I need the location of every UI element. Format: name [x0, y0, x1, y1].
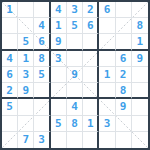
cell-value: 3	[38, 134, 45, 145]
cell-r7c4[interactable]	[51, 99, 67, 115]
cell-r1c7[interactable]: 6	[99, 2, 115, 18]
cell-r1c9[interactable]	[132, 2, 148, 18]
cell-r7c9[interactable]	[132, 99, 148, 115]
cell-value: 8	[71, 118, 78, 129]
cell-r6c5[interactable]	[67, 83, 83, 99]
cell-r5c2[interactable]: 3	[18, 67, 34, 83]
cell-value: 7	[23, 134, 30, 145]
cell-value: 1	[55, 20, 62, 31]
cell-value: 6	[104, 4, 111, 15]
cell-r6c3[interactable]	[34, 83, 50, 99]
cell-r1c4[interactable]: 4	[51, 2, 67, 18]
cell-r3c4[interactable]: 9	[51, 34, 67, 50]
cell-r8c4[interactable]: 5	[51, 116, 67, 132]
cell-r4c2[interactable]: 1	[18, 51, 34, 67]
cell-value: 1	[6, 4, 13, 15]
cell-r2c8[interactable]	[116, 18, 132, 34]
cell-value: 3	[55, 53, 62, 64]
cell-r9c6[interactable]	[83, 132, 99, 148]
cell-r9c2[interactable]: 7	[18, 132, 34, 148]
cell-r6c2[interactable]: 9	[18, 83, 34, 99]
cell-value: 1	[137, 36, 144, 47]
cell-r9c8[interactable]	[116, 132, 132, 148]
cell-r3c3[interactable]: 6	[34, 34, 50, 50]
cell-r8c2[interactable]	[18, 116, 34, 132]
cell-value: 6	[120, 53, 127, 64]
cell-r1c1[interactable]: 1	[2, 2, 18, 18]
cell-r7c2[interactable]	[18, 99, 34, 115]
cell-value: 5	[71, 20, 78, 31]
cell-r4c4[interactable]: 3	[51, 51, 67, 67]
cell-r6c6[interactable]	[83, 83, 99, 99]
cell-value: 9	[71, 69, 78, 80]
cell-r1c5[interactable]: 3	[67, 2, 83, 18]
cell-r6c4[interactable]	[51, 83, 67, 99]
cell-r5c1[interactable]: 6	[2, 67, 18, 83]
cell-value: 5	[23, 36, 30, 47]
cell-r7c8[interactable]: 9	[116, 99, 132, 115]
cell-value: 5	[55, 118, 62, 129]
cell-r5c6[interactable]	[83, 67, 99, 83]
cell-r5c8[interactable]: 2	[116, 67, 132, 83]
cell-value: 5	[38, 69, 45, 80]
cell-r2c6[interactable]: 6	[83, 18, 99, 34]
cell-r6c9[interactable]	[132, 83, 148, 99]
cell-r9c5[interactable]	[67, 132, 83, 148]
cell-r3c2[interactable]: 5	[18, 34, 34, 50]
cell-value: 6	[87, 20, 94, 31]
cell-r5c4[interactable]	[51, 67, 67, 83]
cell-r5c3[interactable]: 5	[34, 67, 50, 83]
cell-value: 4	[55, 4, 62, 15]
cell-r8c7[interactable]: 3	[99, 116, 115, 132]
cell-r8c8[interactable]	[116, 116, 132, 132]
cell-value: 8	[120, 85, 127, 96]
cell-r2c3[interactable]: 4	[34, 18, 50, 34]
cell-r3c6[interactable]	[83, 34, 99, 50]
cell-value: 6	[6, 69, 13, 80]
cell-value: 2	[6, 85, 13, 96]
cell-r3c8[interactable]	[116, 34, 132, 50]
cell-r8c6[interactable]: 1	[83, 116, 99, 132]
cell-r3c9[interactable]: 1	[132, 34, 148, 50]
cell-r5c5[interactable]: 9	[67, 67, 83, 83]
cell-r2c2[interactable]	[18, 18, 34, 34]
cell-r1c2[interactable]	[18, 2, 34, 18]
cell-r9c1[interactable]	[2, 132, 18, 148]
cell-r8c9[interactable]	[132, 116, 148, 132]
cell-r1c3[interactable]	[34, 2, 50, 18]
cell-r4c5[interactable]	[67, 51, 83, 67]
cell-r2c7[interactable]	[99, 18, 115, 34]
cell-r4c3[interactable]: 8	[34, 51, 50, 67]
cell-value: 2	[87, 4, 94, 15]
cell-r6c7[interactable]	[99, 83, 115, 99]
cell-value: 9	[55, 36, 62, 47]
cell-r3c1[interactable]	[2, 34, 18, 50]
cell-value: 3	[71, 4, 78, 15]
cell-r4c7[interactable]	[99, 51, 115, 67]
cell-value: 2	[120, 69, 127, 80]
cell-r7c6[interactable]	[83, 99, 99, 115]
cell-r4c1[interactable]: 4	[2, 51, 18, 67]
cell-value: 6	[38, 36, 45, 47]
cell-value: 1	[87, 118, 94, 129]
cell-r4c9[interactable]: 9	[132, 51, 148, 67]
cell-r7c3[interactable]	[34, 99, 50, 115]
sudoku-board: 14326415685691418369635912298549581373	[0, 0, 150, 150]
cell-r3c7[interactable]	[99, 34, 115, 50]
cell-r1c8[interactable]	[116, 2, 132, 18]
cell-r7c1[interactable]: 5	[2, 99, 18, 115]
cell-value: 8	[137, 20, 144, 31]
cell-r7c7[interactable]	[99, 99, 115, 115]
cell-value: 8	[38, 53, 45, 64]
cell-r4c8[interactable]: 6	[116, 51, 132, 67]
cell-r8c1[interactable]	[2, 116, 18, 132]
cell-r9c9[interactable]	[132, 132, 148, 148]
cell-r9c4[interactable]	[51, 132, 67, 148]
cell-value: 4	[38, 20, 45, 31]
cell-r2c1[interactable]	[2, 18, 18, 34]
cell-r1c6[interactable]: 2	[83, 2, 99, 18]
cell-value: 3	[104, 118, 111, 129]
cell-r2c5[interactable]: 5	[67, 18, 83, 34]
sudoku-grid: 14326415685691418369635912298549581373	[2, 2, 148, 148]
cell-r8c5[interactable]: 8	[67, 116, 83, 132]
cell-value: 9	[120, 101, 127, 112]
cell-r4c6[interactable]	[83, 51, 99, 67]
cell-r8c3[interactable]	[34, 116, 50, 132]
cell-value: 4	[6, 53, 13, 64]
cell-value: 9	[23, 85, 30, 96]
cell-r7c5[interactable]: 4	[67, 99, 83, 115]
cell-value: 1	[23, 53, 30, 64]
cell-r9c3[interactable]: 3	[34, 132, 50, 148]
cell-value: 5	[6, 101, 13, 112]
cell-r2c9[interactable]: 8	[132, 18, 148, 34]
cell-r6c1[interactable]: 2	[2, 83, 18, 99]
cell-r3c5[interactable]	[67, 34, 83, 50]
cell-r5c9[interactable]	[132, 67, 148, 83]
cell-r2c4[interactable]: 1	[51, 18, 67, 34]
cell-value: 4	[71, 101, 78, 112]
cell-r5c7[interactable]: 1	[99, 67, 115, 83]
cell-r6c8[interactable]: 8	[116, 83, 132, 99]
cell-value: 3	[23, 69, 30, 80]
cell-r9c7[interactable]	[99, 132, 115, 148]
cell-value: 9	[137, 53, 144, 64]
cell-value: 1	[104, 69, 111, 80]
